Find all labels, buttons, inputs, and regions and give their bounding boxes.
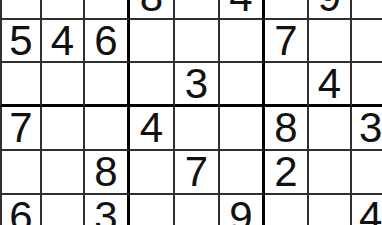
cell-r5c5[interactable]: 7	[175, 151, 220, 195]
cell-r2c8[interactable]	[309, 20, 352, 63]
cell-r5c8[interactable]	[309, 151, 352, 195]
cell-r3c7[interactable]	[265, 63, 309, 107]
cell-r5c3[interactable]: 8	[85, 151, 130, 195]
cell-r3c5[interactable]: 3	[175, 63, 220, 107]
cell-r5c6[interactable]	[220, 151, 265, 195]
cell-r2c5[interactable]	[175, 20, 220, 63]
cell-r6c4[interactable]	[130, 195, 175, 225]
cell-r5c2[interactable]	[42, 151, 85, 195]
cell-r2c3[interactable]: 6	[85, 20, 130, 63]
cell-r6c2[interactable]	[42, 195, 85, 225]
cell-r6c3[interactable]: 3	[85, 195, 130, 225]
cell-r6c9[interactable]: 4	[352, 195, 382, 225]
cell-r2c2[interactable]: 4	[42, 20, 85, 63]
cell-r3c8[interactable]: 4	[309, 63, 352, 107]
cell-r1c8[interactable]: 9	[309, 0, 352, 20]
cell-r4c3[interactable]	[85, 107, 130, 151]
cell-r2c6[interactable]	[220, 20, 265, 63]
cell-r2c1[interactable]: 5	[0, 20, 42, 63]
cell-r4c7[interactable]: 8	[265, 107, 309, 151]
cell-r5c4[interactable]	[130, 151, 175, 195]
cell-r3c6[interactable]	[220, 63, 265, 107]
cell-r3c1[interactable]	[0, 63, 42, 107]
cell-r1c4[interactable]: 8	[130, 0, 175, 20]
cell-r6c6[interactable]: 9	[220, 195, 265, 225]
cell-r2c7[interactable]: 7	[265, 20, 309, 63]
cell-r4c2[interactable]	[42, 107, 85, 151]
cell-r4c6[interactable]	[220, 107, 265, 151]
cell-r6c7[interactable]	[265, 195, 309, 225]
sudoku-grid: 84954673474838726394	[0, 0, 382, 225]
cell-r2c9[interactable]	[352, 20, 382, 63]
cell-r1c5[interactable]	[175, 0, 220, 20]
cell-r3c9[interactable]	[352, 63, 382, 107]
cell-r4c4[interactable]: 4	[130, 107, 175, 151]
cell-r5c7[interactable]: 2	[265, 151, 309, 195]
cell-r5c9[interactable]	[352, 151, 382, 195]
cell-r6c1[interactable]: 6	[0, 195, 42, 225]
cell-r3c3[interactable]	[85, 63, 130, 107]
cell-r2c4[interactable]	[130, 20, 175, 63]
cell-r1c9[interactable]	[352, 0, 382, 20]
cell-r1c6[interactable]: 4	[220, 0, 265, 20]
cell-r5c1[interactable]	[0, 151, 42, 195]
cell-r4c9[interactable]: 3	[352, 107, 382, 151]
cell-r6c5[interactable]	[175, 195, 220, 225]
cell-r3c4[interactable]	[130, 63, 175, 107]
cell-r3c2[interactable]	[42, 63, 85, 107]
cell-r4c8[interactable]	[309, 107, 352, 151]
sudoku-board: 84954673474838726394	[0, 0, 382, 225]
cell-r4c5[interactable]	[175, 107, 220, 151]
cell-r4c1[interactable]: 7	[0, 107, 42, 151]
cell-r6c8[interactable]	[309, 195, 352, 225]
